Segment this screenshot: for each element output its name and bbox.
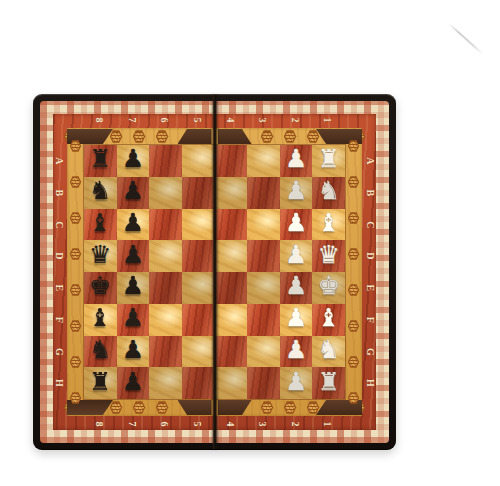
piece-white-pawn[interactable]: ♟ xyxy=(285,273,307,298)
file-label-F: F xyxy=(43,313,75,327)
piece-white-pawn[interactable]: ♟ xyxy=(285,305,307,330)
square-e6[interactable] xyxy=(149,272,182,304)
hexagon-rosette-icon xyxy=(348,140,360,152)
square-h4[interactable] xyxy=(215,367,248,399)
square-a1[interactable]: ♜ xyxy=(312,145,345,177)
rank-label-4: 4 xyxy=(224,408,238,441)
square-g6[interactable] xyxy=(149,336,182,368)
square-c4[interactable] xyxy=(215,209,248,241)
square-e8[interactable]: ♚ xyxy=(84,272,117,304)
square-b7[interactable]: ♟ xyxy=(117,177,150,209)
square-b6[interactable] xyxy=(149,177,182,209)
piece-black-pawn[interactable]: ♟ xyxy=(122,146,144,171)
square-f4[interactable] xyxy=(215,304,248,336)
piece-white-knight[interactable]: ♞ xyxy=(317,337,339,362)
square-e2[interactable]: ♟ xyxy=(280,272,313,304)
square-h2[interactable]: ♟ xyxy=(280,367,313,399)
square-g5[interactable] xyxy=(182,336,215,368)
hexagon-rosette-icon xyxy=(70,392,82,404)
piece-white-rook[interactable]: ♜ xyxy=(317,369,339,394)
file-label-H: H xyxy=(43,376,75,390)
piece-black-bishop[interactable]: ♝ xyxy=(89,305,111,330)
piece-black-pawn[interactable]: ♟ xyxy=(122,210,144,235)
square-a2[interactable]: ♟ xyxy=(280,145,313,177)
ornament-strip-left xyxy=(67,128,84,416)
square-b4[interactable] xyxy=(215,177,248,209)
file-label-C: C xyxy=(43,217,75,231)
square-g8[interactable]: ♞ xyxy=(84,336,117,368)
piece-white-queen[interactable]: ♛ xyxy=(317,242,339,267)
file-labels-left: ABCDEFGH xyxy=(52,145,66,399)
piece-black-pawn[interactable]: ♟ xyxy=(122,273,144,298)
square-h3[interactable] xyxy=(247,367,280,399)
piece-white-pawn[interactable]: ♟ xyxy=(285,242,307,267)
square-f3[interactable] xyxy=(247,304,280,336)
square-b2[interactable]: ♟ xyxy=(280,177,313,209)
square-f8[interactable]: ♝ xyxy=(84,304,117,336)
square-a3[interactable] xyxy=(247,145,280,177)
piece-black-knight[interactable]: ♞ xyxy=(89,178,111,203)
square-d1[interactable]: ♛ xyxy=(312,240,345,272)
rank-label-2: 2 xyxy=(289,408,303,441)
hexagon-rosette-icon xyxy=(110,130,123,143)
square-g1[interactable]: ♞ xyxy=(312,336,345,368)
rank-label-4: 4 xyxy=(224,104,238,137)
square-g4[interactable] xyxy=(215,336,248,368)
piece-white-king[interactable]: ♚ xyxy=(317,273,339,298)
square-a7[interactable]: ♟ xyxy=(117,145,150,177)
rank-label-7: 7 xyxy=(126,104,140,137)
file-label-E: E xyxy=(354,281,386,295)
file-label-C: C xyxy=(354,217,386,231)
square-h1[interactable]: ♜ xyxy=(312,367,345,399)
file-label-H: H xyxy=(354,376,386,390)
piece-white-knight[interactable]: ♞ xyxy=(317,178,339,203)
file-label-G: G xyxy=(43,344,75,358)
piece-white-pawn[interactable]: ♟ xyxy=(285,369,307,394)
square-d3[interactable] xyxy=(247,240,280,272)
square-e7[interactable]: ♟ xyxy=(117,272,150,304)
piece-black-rook[interactable]: ♜ xyxy=(89,146,111,171)
square-d6[interactable] xyxy=(149,240,182,272)
fold-hinge xyxy=(212,95,218,449)
square-a4[interactable] xyxy=(215,145,248,177)
piece-white-rook[interactable]: ♜ xyxy=(317,146,339,171)
square-c5[interactable] xyxy=(182,209,215,241)
rank-label-3: 3 xyxy=(256,104,270,137)
product-photo-page: { "game": "chess", "scene": "overhead pr… xyxy=(0,0,500,486)
square-f1[interactable]: ♝ xyxy=(312,304,345,336)
rank-label-6: 6 xyxy=(159,408,173,441)
file-label-D: D xyxy=(43,249,75,263)
square-h5[interactable] xyxy=(182,367,215,399)
file-label-E: E xyxy=(43,281,75,295)
piece-black-pawn[interactable]: ♟ xyxy=(122,369,144,394)
square-b1[interactable]: ♞ xyxy=(312,177,345,209)
square-c1[interactable]: ♝ xyxy=(312,209,345,241)
square-d7[interactable]: ♟ xyxy=(117,240,150,272)
square-a5[interactable] xyxy=(182,145,215,177)
square-f6[interactable] xyxy=(149,304,182,336)
square-e3[interactable] xyxy=(247,272,280,304)
square-f7[interactable]: ♟ xyxy=(117,304,150,336)
square-d5[interactable] xyxy=(182,240,215,272)
rank-label-5: 5 xyxy=(191,408,205,441)
rank-labels-bottom: 87654321 xyxy=(84,417,345,431)
scratch-line-artifact xyxy=(448,23,483,55)
rank-label-7: 7 xyxy=(126,408,140,441)
square-c6[interactable] xyxy=(149,209,182,241)
hexagon-rosette-icon xyxy=(70,140,82,152)
piece-black-pawn[interactable]: ♟ xyxy=(122,337,144,362)
rank-labels-top: 87654321 xyxy=(84,113,345,127)
square-d2[interactable]: ♟ xyxy=(280,240,313,272)
piece-black-bishop[interactable]: ♝ xyxy=(89,210,111,235)
square-e5[interactable] xyxy=(182,272,215,304)
square-c8[interactable]: ♝ xyxy=(84,209,117,241)
square-h6[interactable] xyxy=(149,367,182,399)
rank-label-1: 1 xyxy=(322,408,336,441)
hexagon-rosette-icon xyxy=(348,392,360,404)
file-label-F: F xyxy=(354,313,386,327)
hexagon-rosette-icon xyxy=(110,401,123,414)
square-h7[interactable]: ♟ xyxy=(117,367,150,399)
square-f5[interactable] xyxy=(182,304,215,336)
piece-white-pawn[interactable]: ♟ xyxy=(285,210,307,235)
rank-label-3: 3 xyxy=(256,408,270,441)
file-labels-right: ABCDEFGH xyxy=(363,145,377,399)
file-label-A: A xyxy=(354,154,386,168)
square-e4[interactable] xyxy=(215,272,248,304)
square-e1[interactable]: ♚ xyxy=(312,272,345,304)
square-h8[interactable]: ♜ xyxy=(84,367,117,399)
hexagon-rosette-icon xyxy=(307,130,320,143)
file-label-D: D xyxy=(354,249,386,263)
file-label-A: A xyxy=(43,154,75,168)
piece-white-pawn[interactable]: ♟ xyxy=(285,337,307,362)
chess-board: 87654321 87654321 ABCDEFGH ABCDEFGH ♜♟♟♜… xyxy=(33,94,396,450)
file-label-B: B xyxy=(43,186,75,200)
piece-black-king[interactable]: ♚ xyxy=(89,273,111,298)
ornament-strip-right xyxy=(345,128,362,416)
rank-label-6: 6 xyxy=(159,104,173,137)
square-d4[interactable] xyxy=(215,240,248,272)
square-b8[interactable]: ♞ xyxy=(84,177,117,209)
rank-label-8: 8 xyxy=(93,104,107,137)
piece-black-queen[interactable]: ♛ xyxy=(89,242,111,267)
piece-white-bishop[interactable]: ♝ xyxy=(317,210,339,235)
rank-label-2: 2 xyxy=(289,104,303,137)
square-c3[interactable] xyxy=(247,209,280,241)
rank-label-8: 8 xyxy=(93,408,107,441)
hexagon-rosette-icon xyxy=(307,401,320,414)
piece-white-pawn[interactable]: ♟ xyxy=(285,178,307,203)
piece-black-knight[interactable]: ♞ xyxy=(89,337,111,362)
piece-white-bishop[interactable]: ♝ xyxy=(317,305,339,330)
square-c2[interactable]: ♟ xyxy=(280,209,313,241)
rank-label-1: 1 xyxy=(322,104,336,137)
square-a6[interactable] xyxy=(149,145,182,177)
piece-black-pawn[interactable]: ♟ xyxy=(122,242,144,267)
square-b5[interactable] xyxy=(182,177,215,209)
square-c7[interactable]: ♟ xyxy=(117,209,150,241)
square-d8[interactable]: ♛ xyxy=(84,240,117,272)
piece-black-pawn[interactable]: ♟ xyxy=(122,305,144,330)
file-label-B: B xyxy=(354,186,386,200)
square-f2[interactable]: ♟ xyxy=(280,304,313,336)
square-b3[interactable] xyxy=(247,177,280,209)
file-label-G: G xyxy=(354,344,386,358)
piece-black-rook[interactable]: ♜ xyxy=(89,369,111,394)
square-g7[interactable]: ♟ xyxy=(117,336,150,368)
rank-label-5: 5 xyxy=(191,104,205,137)
square-g3[interactable] xyxy=(247,336,280,368)
square-g2[interactable]: ♟ xyxy=(280,336,313,368)
square-a8[interactable]: ♜ xyxy=(84,145,117,177)
piece-white-pawn[interactable]: ♟ xyxy=(285,146,307,171)
piece-black-pawn[interactable]: ♟ xyxy=(122,178,144,203)
